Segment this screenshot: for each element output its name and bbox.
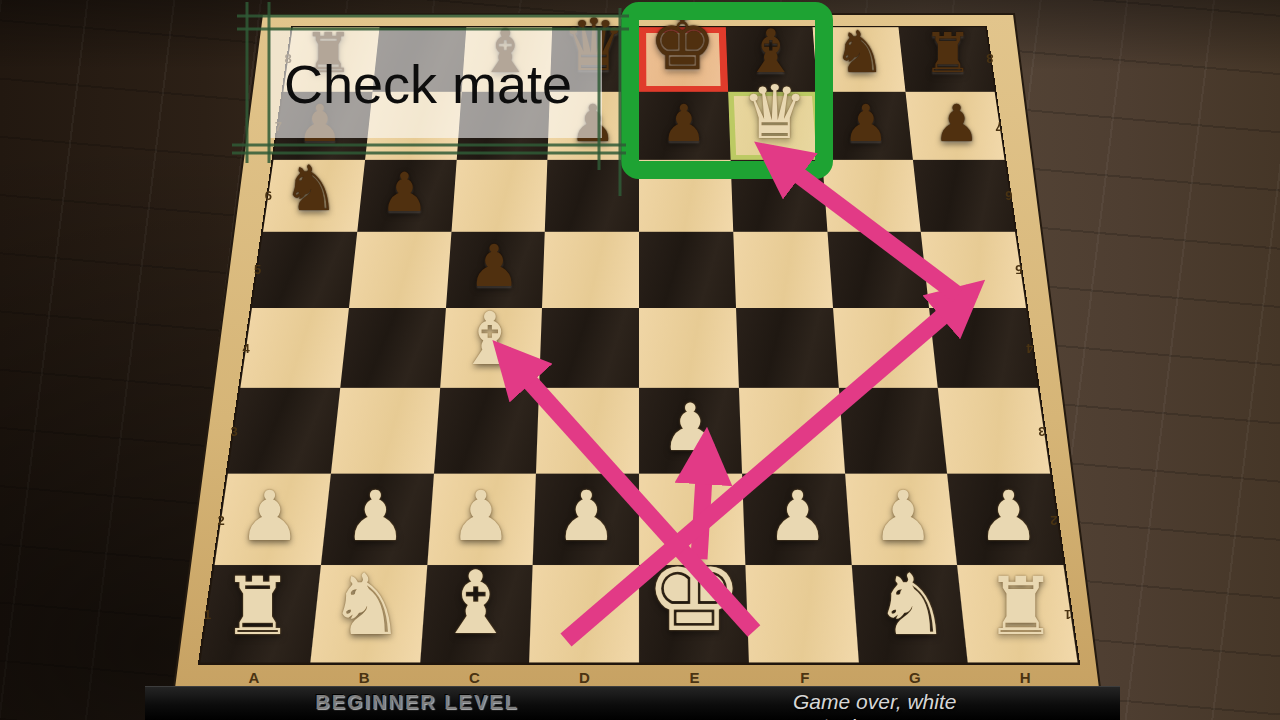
square-b4[interactable] (340, 308, 446, 389)
level-label: BEGINNER LEVEL (315, 691, 519, 714)
white-pawn-g2[interactable]: ♟ (872, 482, 934, 551)
rank-label-right-4: 4 (1027, 340, 1034, 355)
status-bar: BEGINNER LEVEL Game over, white mates! (145, 686, 1120, 720)
black-pawn-g7[interactable]: ♟ (843, 98, 889, 149)
white-rook-a1[interactable]: ♜ (222, 567, 294, 647)
file-label-b: B (359, 669, 370, 686)
file-label-c: C (469, 669, 480, 686)
black-knight-g8[interactable]: ♞ (833, 23, 885, 81)
black-pawn-h7[interactable]: ♟ (934, 98, 980, 149)
square-e4[interactable] (639, 308, 739, 389)
white-pawn-e3[interactable]: ♟ (661, 395, 719, 460)
square-d1[interactable] (529, 565, 639, 662)
rank-label-right-2: 2 (1051, 512, 1058, 527)
rank-label-right-6: 6 (1005, 188, 1012, 203)
rank-label-left-4: 4 (243, 340, 250, 355)
square-a3[interactable] (228, 388, 340, 474)
square-g4[interactable] (833, 308, 939, 389)
rank-label-left-3: 3 (230, 424, 237, 439)
rank-label-left-2: 2 (218, 512, 225, 527)
square-c6[interactable] (451, 160, 548, 232)
square-d4[interactable] (539, 308, 639, 389)
rank-label-right-7: 7 (995, 118, 1002, 133)
white-knight-g1[interactable]: ♞ (874, 562, 950, 647)
black-knight-a6[interactable]: ♞ (283, 157, 339, 220)
square-a4[interactable] (240, 308, 348, 389)
white-pawn-d2[interactable]: ♟ (556, 482, 618, 551)
white-pawn-c2[interactable]: ♟ (450, 482, 512, 551)
square-d5[interactable] (542, 231, 639, 307)
white-king-e1[interactable]: ♚ (645, 537, 744, 647)
square-h6[interactable] (913, 160, 1015, 232)
rank-label-right-8: 8 (986, 51, 993, 66)
white-rook-h1[interactable]: ♜ (985, 567, 1057, 647)
white-pawn-b2[interactable]: ♟ (344, 482, 406, 551)
black-pawn-c5[interactable]: ♟ (468, 237, 520, 295)
file-label-e: E (690, 669, 700, 686)
square-a5[interactable] (252, 231, 357, 307)
square-g3[interactable] (838, 388, 947, 474)
rank-label-right-5: 5 (1016, 262, 1023, 277)
square-h3[interactable] (938, 388, 1050, 474)
square-b3[interactable] (331, 388, 440, 474)
square-h5[interactable] (921, 231, 1026, 307)
file-label-f: F (800, 669, 809, 686)
square-d3[interactable] (536, 388, 639, 474)
white-pawn-h2[interactable]: ♟ (978, 482, 1040, 551)
file-label-d: D (579, 669, 590, 686)
file-label-g: G (909, 669, 921, 686)
rank-label-left-5: 5 (254, 262, 261, 277)
rank-label-left-1: 1 (204, 606, 211, 621)
white-bishop-c1[interactable]: ♝ (437, 560, 515, 647)
square-g5[interactable] (827, 231, 929, 307)
rank-label-right-1: 1 (1064, 606, 1071, 621)
white-pawn-f2[interactable]: ♟ (767, 482, 829, 551)
square-f4[interactable] (736, 308, 839, 389)
black-rook-h8[interactable]: ♜ (923, 26, 972, 81)
square-f3[interactable] (739, 388, 845, 474)
square-f5[interactable] (733, 231, 833, 307)
rank-label-left-6: 6 (265, 188, 272, 203)
app-window: ABCDEFGH1122334455667788 BEGINNER LEVEL … (0, 0, 1280, 720)
square-g6[interactable] (822, 160, 921, 232)
square-h4[interactable] (929, 308, 1037, 389)
white-knight-b1[interactable]: ♞ (329, 562, 405, 647)
square-c3[interactable] (433, 388, 539, 474)
rank-label-right-3: 3 (1038, 424, 1045, 439)
checkmate-caption: Check mate (284, 53, 572, 115)
white-pawn-a2[interactable]: ♟ (239, 482, 301, 551)
square-b5[interactable] (349, 231, 451, 307)
black-pawn-b6[interactable]: ♟ (380, 166, 428, 220)
square-e5[interactable] (639, 231, 736, 307)
game-over-status: Game over, white mates! (793, 690, 1011, 720)
white-bishop-c4[interactable]: ♝ (457, 302, 522, 375)
file-label-h: H (1020, 669, 1031, 686)
checkmate-caption-box: Check mate (270, 30, 602, 138)
square-f1[interactable] (745, 565, 858, 662)
mate-highlight-box (621, 2, 833, 179)
file-label-a: A (249, 669, 260, 686)
